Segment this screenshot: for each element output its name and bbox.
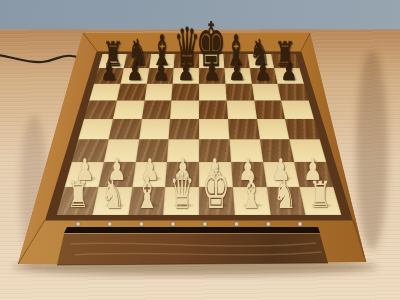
piece-black-pawn-h7[interactable]: ♟: [280, 59, 297, 85]
piece-white-bishop-f1[interactable]: ♝: [239, 170, 263, 214]
square-d4[interactable]: [169, 119, 199, 139]
piece-white-rook-h1[interactable]: ♜: [308, 177, 331, 213]
square-a4[interactable]: [78, 119, 113, 139]
piece-white-knight-g1[interactable]: ♞: [274, 174, 297, 214]
indicator-dot: [76, 222, 80, 226]
square-f5[interactable]: [226, 100, 256, 119]
indicator-dot: [266, 222, 270, 226]
indicator-dot: [234, 222, 238, 226]
piece-white-king-e1[interactable]: ♚: [202, 161, 230, 217]
square-b5[interactable]: [113, 100, 144, 119]
square-a5[interactable]: [84, 100, 117, 119]
indicator-dot: [108, 222, 112, 226]
photo-scene: ♜♞♝♛♚♝♞♜♟♟♟♟♟♟♟♟♟♟♟♟♟♟♟♟♜♞♝♛♚♝♞♜: [0, 0, 400, 300]
square-g4[interactable]: [257, 119, 290, 139]
square-e4[interactable]: [199, 119, 229, 139]
display-slot: [64, 227, 320, 233]
square-h4[interactable]: [285, 119, 320, 139]
square-b4[interactable]: [108, 119, 141, 139]
piece-white-rook-a1[interactable]: ♜: [67, 177, 90, 213]
indicator-dot: [171, 222, 175, 226]
indicator-dot: [203, 222, 207, 226]
piece-black-pawn-c7[interactable]: ♟: [152, 59, 169, 85]
indicator-dot: [139, 222, 143, 226]
square-c4[interactable]: [139, 119, 171, 139]
square-g5[interactable]: [254, 100, 285, 119]
piece-black-pawn-g7[interactable]: ♟: [255, 59, 272, 85]
piece-white-knight-b1[interactable]: ♞: [101, 174, 124, 214]
piece-black-pawn-d7[interactable]: ♟: [178, 59, 195, 85]
square-f4[interactable]: [228, 119, 260, 139]
square-d5[interactable]: [170, 100, 199, 119]
piece-black-pawn-f7[interactable]: ♟: [229, 59, 246, 85]
piece-black-pawn-a7[interactable]: ♟: [101, 59, 118, 85]
piece-black-pawn-b7[interactable]: ♟: [127, 59, 144, 85]
square-e5[interactable]: [199, 100, 228, 119]
board-shadow-right: [356, 50, 388, 250]
piece-white-bishop-c1[interactable]: ♝: [135, 170, 159, 214]
square-c5[interactable]: [142, 100, 172, 119]
square-h5[interactable]: [281, 100, 314, 119]
front-walnut-panel: [57, 234, 328, 265]
piece-white-queen-d1[interactable]: ♛: [169, 166, 194, 216]
indicator-dot: [298, 222, 302, 226]
piece-black-pawn-e7[interactable]: ♟: [203, 59, 220, 85]
